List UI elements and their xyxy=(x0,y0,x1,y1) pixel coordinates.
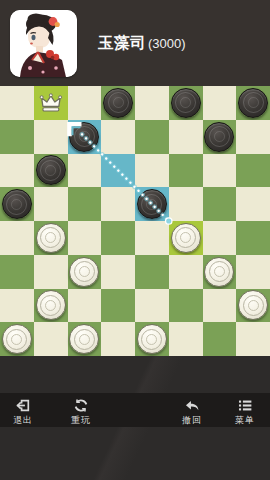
exit-label: 退出 xyxy=(13,416,33,425)
black-piece[interactable] xyxy=(137,189,167,219)
board-cell[interactable] xyxy=(203,86,237,120)
board-cell[interactable] xyxy=(236,289,270,323)
board-cell[interactable] xyxy=(34,154,68,188)
board-cell[interactable] xyxy=(0,86,34,120)
board-cell[interactable] xyxy=(203,289,237,323)
board-cell[interactable] xyxy=(0,187,34,221)
player-info-bar: 玉藻司 (3000) xyxy=(0,0,270,86)
exit-icon xyxy=(14,397,32,414)
app-screen: 玉藻司 (3000) 退出 重玩 撤回 xyxy=(0,0,270,480)
board-cell[interactable] xyxy=(101,187,135,221)
player-avatar[interactable] xyxy=(10,10,77,77)
board-cell[interactable] xyxy=(236,120,270,154)
white-piece[interactable] xyxy=(36,223,66,253)
board-cell[interactable] xyxy=(236,154,270,188)
board-cell[interactable] xyxy=(34,86,68,120)
checkers-board xyxy=(0,86,270,356)
board-cell[interactable] xyxy=(101,221,135,255)
board-cell[interactable] xyxy=(68,120,102,154)
white-piece[interactable] xyxy=(171,223,201,253)
board-cell[interactable] xyxy=(203,120,237,154)
board-cell[interactable] xyxy=(169,86,203,120)
board-cell[interactable] xyxy=(135,120,169,154)
menu-label: 菜单 xyxy=(235,416,255,425)
toolbar: 退出 重玩 撤回 菜单 xyxy=(0,393,270,427)
board-cell[interactable] xyxy=(236,221,270,255)
board-cell[interactable] xyxy=(34,255,68,289)
board-cell[interactable] xyxy=(169,221,203,255)
white-piece[interactable] xyxy=(137,324,167,354)
black-piece[interactable] xyxy=(171,88,201,118)
board-cell[interactable] xyxy=(135,154,169,188)
board-cell[interactable] xyxy=(68,86,102,120)
board-cell[interactable] xyxy=(169,120,203,154)
board-cell[interactable] xyxy=(203,221,237,255)
board-cell[interactable] xyxy=(135,289,169,323)
board-cell[interactable] xyxy=(68,154,102,188)
board-cell[interactable] xyxy=(34,322,68,356)
replay-icon xyxy=(72,397,90,414)
board-cell[interactable] xyxy=(203,154,237,188)
menu-button[interactable]: 菜单 xyxy=(228,397,262,425)
black-piece[interactable] xyxy=(204,122,234,152)
board-cell[interactable] xyxy=(135,322,169,356)
avatar-girl-illustration xyxy=(10,10,77,77)
board-cell[interactable] xyxy=(101,289,135,323)
board-cell[interactable] xyxy=(68,289,102,323)
board-cell[interactable] xyxy=(68,322,102,356)
board-cell[interactable] xyxy=(101,120,135,154)
board-cell[interactable] xyxy=(135,255,169,289)
board-cell[interactable] xyxy=(101,322,135,356)
undo-icon xyxy=(183,397,201,414)
white-piece[interactable] xyxy=(238,290,268,320)
white-piece[interactable] xyxy=(69,257,99,287)
board-cell[interactable] xyxy=(203,255,237,289)
board-cell[interactable] xyxy=(135,187,169,221)
player-rating: (3000) xyxy=(148,36,186,51)
black-piece[interactable] xyxy=(69,122,99,152)
board-cell[interactable] xyxy=(68,221,102,255)
board-cell[interactable] xyxy=(34,187,68,221)
board-cell[interactable] xyxy=(236,86,270,120)
black-piece[interactable] xyxy=(2,189,32,219)
black-piece[interactable] xyxy=(103,88,133,118)
board-cell[interactable] xyxy=(135,86,169,120)
replay-button[interactable]: 重玩 xyxy=(64,397,98,425)
board-cell[interactable] xyxy=(203,322,237,356)
board-cell[interactable] xyxy=(34,289,68,323)
board-cell[interactable] xyxy=(0,289,34,323)
board-cell[interactable] xyxy=(169,154,203,188)
board-cell[interactable] xyxy=(236,322,270,356)
black-piece[interactable] xyxy=(238,88,268,118)
board-cell[interactable] xyxy=(68,187,102,221)
board-cell[interactable] xyxy=(169,187,203,221)
menu-icon xyxy=(236,397,254,414)
board-cell[interactable] xyxy=(34,120,68,154)
board-cell[interactable] xyxy=(101,86,135,120)
white-piece[interactable] xyxy=(2,324,32,354)
undo-label: 撤回 xyxy=(182,416,202,425)
white-piece[interactable] xyxy=(204,257,234,287)
replay-label: 重玩 xyxy=(71,416,91,425)
white-piece[interactable] xyxy=(69,324,99,354)
board-cell[interactable] xyxy=(101,255,135,289)
board-cell[interactable] xyxy=(236,187,270,221)
player-name-block: 玉藻司 (3000) xyxy=(98,33,186,54)
board-cell[interactable] xyxy=(169,322,203,356)
board-cell[interactable] xyxy=(34,221,68,255)
exit-button[interactable]: 退出 xyxy=(6,397,40,425)
white-king-crown-icon xyxy=(34,86,68,120)
white-piece[interactable] xyxy=(36,290,66,320)
board-cell[interactable] xyxy=(236,255,270,289)
undo-button[interactable]: 撤回 xyxy=(175,397,209,425)
board-cell[interactable] xyxy=(169,255,203,289)
player-name: 玉藻司 xyxy=(98,33,146,54)
board-cell[interactable] xyxy=(0,255,34,289)
board-cell[interactable] xyxy=(101,154,135,188)
board-cell[interactable] xyxy=(135,221,169,255)
board-cell[interactable] xyxy=(0,221,34,255)
board-cell[interactable] xyxy=(0,322,34,356)
board-cell[interactable] xyxy=(203,187,237,221)
board-cell[interactable] xyxy=(68,255,102,289)
bottom-panel: 退出 重玩 撤回 菜单 xyxy=(0,356,270,480)
board-cell[interactable] xyxy=(0,120,34,154)
board-cell[interactable] xyxy=(0,154,34,188)
black-piece[interactable] xyxy=(36,155,66,185)
board-cell[interactable] xyxy=(169,289,203,323)
